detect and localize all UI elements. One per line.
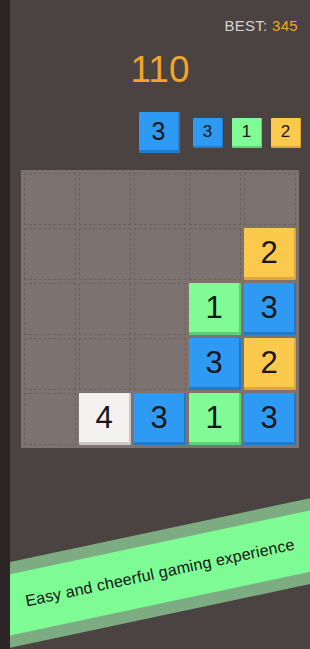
- board-tile[interactable]: 2: [244, 228, 296, 280]
- board-cell[interactable]: [134, 228, 186, 280]
- best-score: BEST: 345: [224, 18, 298, 33]
- board-tile[interactable]: 3: [189, 338, 241, 390]
- board-tile[interactable]: 2: [244, 338, 296, 390]
- board-cell[interactable]: 3: [189, 338, 241, 390]
- best-score-value: 345: [272, 17, 298, 34]
- board-cell[interactable]: [79, 338, 131, 390]
- board-cell[interactable]: [189, 173, 241, 225]
- board-cell[interactable]: 3: [134, 393, 186, 445]
- board-cell[interactable]: [24, 283, 76, 335]
- queue-tile-3: 2: [271, 118, 301, 148]
- board: 213324313: [21, 170, 299, 448]
- promo-banner-text: Easy and cheerful gaming experience: [10, 504, 310, 642]
- board-cell[interactable]: 4: [79, 393, 131, 445]
- board-cell[interactable]: [24, 393, 76, 445]
- board-cell[interactable]: 3: [244, 393, 296, 445]
- best-score-label: BEST:: [224, 17, 267, 34]
- board-tile[interactable]: 3: [134, 393, 186, 445]
- board-cell[interactable]: 1: [189, 283, 241, 335]
- game-screen: BEST: 345 110 3 3 1 2 213324313 Easy and…: [10, 0, 310, 649]
- board-cell[interactable]: [79, 228, 131, 280]
- board-tile[interactable]: 4: [79, 393, 131, 445]
- board-cell[interactable]: [189, 228, 241, 280]
- board-tile[interactable]: 3: [244, 393, 296, 445]
- board-cell[interactable]: [244, 173, 296, 225]
- board-cell[interactable]: [134, 338, 186, 390]
- board-cell[interactable]: 1: [189, 393, 241, 445]
- board-cell[interactable]: [79, 173, 131, 225]
- promo-banner: Easy and cheerful gaming experience: [10, 492, 310, 649]
- board-cell[interactable]: [134, 283, 186, 335]
- board-cell[interactable]: [79, 283, 131, 335]
- queue-tile-2: 1: [232, 118, 262, 148]
- board-cell[interactable]: 2: [244, 228, 296, 280]
- board-tile[interactable]: 1: [189, 393, 241, 445]
- board-tile[interactable]: 3: [244, 283, 296, 335]
- next-tiles-queue: 3 3 1 2: [139, 112, 301, 153]
- board-tile[interactable]: 1: [189, 283, 241, 335]
- current-tile: 3: [139, 112, 180, 153]
- queue-tile-1: 3: [193, 118, 223, 148]
- board-cell[interactable]: [24, 173, 76, 225]
- board-cell[interactable]: [134, 173, 186, 225]
- current-score: 110: [10, 51, 310, 88]
- board-cell[interactable]: [24, 338, 76, 390]
- board-cell[interactable]: 2: [244, 338, 296, 390]
- board-cell[interactable]: 3: [244, 283, 296, 335]
- board-cell[interactable]: [24, 228, 76, 280]
